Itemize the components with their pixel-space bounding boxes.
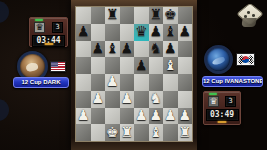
black-p-piece: ♟ <box>164 41 177 55</box>
square-c1[interactable]: ♚ <box>105 124 120 141</box>
south-korea-flag-icon <box>236 53 255 66</box>
black-counter: 3 <box>52 22 63 33</box>
dice-pip <box>247 11 250 14</box>
square-g5[interactable]: ♝ <box>163 57 178 74</box>
square-a2[interactable]: ♟ <box>76 108 91 125</box>
left-player-name: 12 Cup DARK <box>13 77 69 88</box>
clock-button-icon[interactable] <box>44 43 53 45</box>
square-b6[interactable]: ♟ <box>91 41 106 58</box>
square-d7[interactable] <box>120 24 135 41</box>
black-n-piece: ♞ <box>149 41 162 55</box>
square-c6[interactable]: ♝ <box>105 41 120 58</box>
square-h1[interactable]: ♜ <box>178 124 193 141</box>
black-clock: 03:44 <box>32 35 65 47</box>
square-h5[interactable] <box>178 57 193 74</box>
square-d5[interactable] <box>120 57 135 74</box>
square-e3[interactable] <box>134 91 149 108</box>
black-p-piece: ♟ <box>120 41 133 55</box>
square-c3[interactable] <box>105 91 120 108</box>
dice-front-face <box>241 18 257 27</box>
white-b-piece: ♝ <box>164 58 177 72</box>
black-k-piece: ♚ <box>164 7 177 21</box>
trigram-icon <box>238 59 243 64</box>
square-g2[interactable]: ♟ <box>163 108 178 125</box>
white-p-piece: ♟ <box>149 108 162 122</box>
black-p-piece: ♟ <box>149 24 162 38</box>
square-a6[interactable] <box>76 41 91 58</box>
square-b2[interactable] <box>91 108 106 125</box>
trigram-icon <box>248 59 253 64</box>
square-f3[interactable]: ♞ <box>149 91 164 108</box>
square-b8[interactable] <box>91 7 106 24</box>
white-r-piece: ♜ <box>178 125 191 139</box>
right-player-avatar[interactable] <box>204 45 233 74</box>
square-h7[interactable]: ♟ <box>178 24 193 41</box>
square-g1[interactable] <box>163 124 178 141</box>
black-p-piece: ♟ <box>91 41 104 55</box>
square-b5[interactable] <box>91 57 106 74</box>
white-clock: 03:49 <box>206 109 239 121</box>
square-g3[interactable] <box>163 91 178 108</box>
square-b1[interactable] <box>91 124 106 141</box>
square-d4[interactable] <box>120 74 135 91</box>
white-clock-panel: ♛ 3 03:49 <box>203 91 241 125</box>
white-p-piece: ♟ <box>178 108 191 122</box>
square-e5[interactable]: ♟ <box>134 57 149 74</box>
square-d2[interactable] <box>120 108 135 125</box>
white-p-piece: ♟ <box>91 91 104 105</box>
us-flag-canton <box>51 62 58 67</box>
square-c2[interactable] <box>105 108 120 125</box>
square-f4[interactable] <box>149 74 164 91</box>
square-e8[interactable] <box>134 7 149 24</box>
square-e1[interactable] <box>134 124 149 141</box>
square-g4[interactable] <box>163 74 178 91</box>
square-a1[interactable] <box>76 124 91 141</box>
square-a7[interactable]: ♟ <box>76 24 91 41</box>
dice-pip <box>252 14 255 17</box>
white-p-piece: ♟ <box>164 108 177 122</box>
white-r-piece: ♜ <box>120 125 133 139</box>
black-p-piece: ♟ <box>135 58 148 72</box>
white-p-piece: ♟ <box>135 108 148 122</box>
black-p-piece: ♟ <box>77 24 90 38</box>
black-clock-panel: ♛ 3 03:44 <box>29 17 68 47</box>
white-b-piece: ♝ <box>149 125 162 139</box>
square-g6[interactable]: ♟ <box>163 41 178 58</box>
square-f5[interactable] <box>149 57 164 74</box>
square-b4[interactable] <box>91 74 106 91</box>
square-d3[interactable]: ♟ <box>120 91 135 108</box>
square-f1[interactable]: ♝ <box>149 124 164 141</box>
square-a8[interactable] <box>76 7 91 24</box>
square-a4[interactable] <box>76 74 91 91</box>
square-f8[interactable]: ♜ <box>149 7 164 24</box>
square-b3[interactable]: ♟ <box>91 91 106 108</box>
us-flag-icon <box>50 61 66 72</box>
status-led-icon <box>35 19 43 21</box>
black-b-piece: ♝ <box>164 24 177 38</box>
square-h8[interactable] <box>178 7 193 24</box>
square-h6[interactable] <box>178 41 193 58</box>
square-c7[interactable] <box>105 24 120 41</box>
square-c8[interactable]: ♜ <box>105 7 120 24</box>
square-f7[interactable]: ♟ <box>149 24 164 41</box>
white-counter: 3 <box>225 96 236 107</box>
square-f6[interactable]: ♞ <box>149 41 164 58</box>
right-player-name: 12 Cup IVANASTONE <box>202 76 263 87</box>
white-p-piece: ♟ <box>106 74 119 88</box>
white-n-piece: ♞ <box>149 91 162 105</box>
black-q-piece: ♛ <box>135 24 148 38</box>
status-led-icon <box>209 93 217 95</box>
black-b-piece: ♝ <box>106 41 119 55</box>
chess-board-frame: ♜♜♚♟♛♟♝♟♟♝♟♞♟♟♝♟♟♟♞♟♟♟♟♟♚♜♝♜ <box>71 0 197 150</box>
black-r-piece: ♜ <box>106 7 119 21</box>
square-c5[interactable] <box>105 57 120 74</box>
square-d8[interactable] <box>120 7 135 24</box>
white-side-piece-icon: ♛ <box>208 96 219 107</box>
square-d6[interactable]: ♟ <box>120 41 135 58</box>
square-d1[interactable]: ♜ <box>120 124 135 141</box>
game-screen: ♜♜♚♟♛♟♝♟♟♝♟♞♟♟♝♟♟♟♞♟♟♟♟♟♚♜♝♜ ♛ 3 03:44 1… <box>0 0 267 150</box>
white-p-piece: ♟ <box>120 91 133 105</box>
square-e4[interactable] <box>134 74 149 91</box>
black-r-piece: ♜ <box>149 7 162 21</box>
white-p-piece: ♟ <box>77 108 90 122</box>
square-g7[interactable]: ♝ <box>163 24 178 41</box>
clock-button-icon[interactable] <box>218 121 227 123</box>
white-k-piece: ♚ <box>106 125 119 139</box>
square-b7[interactable] <box>91 24 106 41</box>
square-a5[interactable] <box>76 57 91 74</box>
square-e2[interactable]: ♟ <box>134 108 149 125</box>
square-e7[interactable]: ♛ <box>134 24 149 41</box>
dice-icon[interactable] <box>237 3 263 31</box>
square-h3[interactable] <box>178 91 193 108</box>
square-g8[interactable]: ♚ <box>163 7 178 24</box>
chess-board: ♜♜♚♟♛♟♝♟♟♝♟♞♟♟♝♟♟♟♞♟♟♟♟♟♚♜♝♜ <box>75 6 193 142</box>
square-e6[interactable] <box>134 41 149 58</box>
edge-button-bottom[interactable] <box>0 99 9 121</box>
black-p-piece: ♟ <box>178 24 191 38</box>
square-a3[interactable] <box>76 91 91 108</box>
edge-button-top[interactable] <box>0 1 9 23</box>
square-h2[interactable]: ♟ <box>178 108 193 125</box>
black-side-piece-icon: ♛ <box>34 22 45 33</box>
square-h4[interactable] <box>178 74 193 91</box>
square-c4[interactable]: ♟ <box>105 74 120 91</box>
square-f2[interactable]: ♟ <box>149 108 164 125</box>
